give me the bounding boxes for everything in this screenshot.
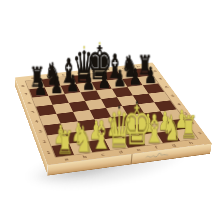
coord-rank-3-left: 3 [37,129,45,133]
black-pawn-a7: ♟ [34,76,47,99]
coord-rank-6-left: 6 [26,101,33,105]
chess-board: ♜♞♝♛♚♝♞♜♟♟♟♟♟♟♟♟♟♟♟♟♟♟♟♟♜♞♝♛♚♝♞♜ aabbccd… [15,63,212,166]
coord-rank-4-left: 4 [33,119,40,123]
black-pawn-d7: ♟ [82,71,95,94]
coord-rank-1-left: 1 [44,150,52,155]
yellow-rook-a1: ♜ [56,127,74,159]
coord-file-f-near: f [151,145,162,150]
yellow-rook-h1: ♜ [180,112,197,143]
square-d7: ♟ [76,82,96,92]
square-c5 [69,101,90,112]
coord-file-c-near: c [98,152,108,157]
photo-scene: ♜♞♝♛♚♝♞♜♟♟♟♟♟♟♟♟♟♟♟♟♟♟♟♟♜♞♝♛♚♝♞♜ aabbccd… [0,0,220,200]
black-pawn-h7: ♟ [144,64,157,87]
coord-rank-7-left: 7 [23,92,30,96]
coord-rank-2-left: 2 [40,139,48,144]
fold-seam-icon [131,154,133,164]
black-pawn-g7: ♟ [129,66,142,89]
coord-file-b-near: b [80,154,90,159]
square-a7: ♟ [29,88,49,98]
king-queen-finial-light-icon [98,42,100,45]
black-pawn-e7: ♟ [97,69,110,92]
king-queen-finial-dark-icon [135,100,137,103]
king-queen-finial-dark-icon [118,106,120,109]
square-a1: ♜ [52,144,75,157]
coord-file-h-near: h [186,140,197,145]
black-pawn-c7: ♟ [66,73,79,96]
square-c7: ♟ [61,84,81,94]
coord-rank-6-right: 6 [163,85,171,89]
coord-file-d-near: d [116,150,126,155]
square-b7: ♟ [45,86,65,96]
manufacturer-stamp-icon [143,150,171,161]
black-pawn-b7: ♟ [50,74,63,97]
product-photo-chess-set: ♜♞♝♛♚♝♞♜♟♟♟♟♟♟♟♟♟♟♟♟♟♟♟♟♜♞♝♛♚♝♞♜ aabbccd… [0,0,220,200]
black-pawn-f7: ♟ [113,67,126,90]
coord-rank-5-right: 5 [169,94,177,98]
yellow-knight-b1: ♞ [73,121,93,157]
king-queen-finial-light-icon [83,46,85,49]
coord-rank-5-left: 5 [29,110,36,114]
coord-file-a-near: a [61,157,71,162]
coord-file-g-near: g [168,143,179,148]
coord-file-e-near: e [133,147,144,152]
coord-rank-8-left: 8 [19,84,26,88]
coord-rank-7-right: 7 [157,77,164,80]
